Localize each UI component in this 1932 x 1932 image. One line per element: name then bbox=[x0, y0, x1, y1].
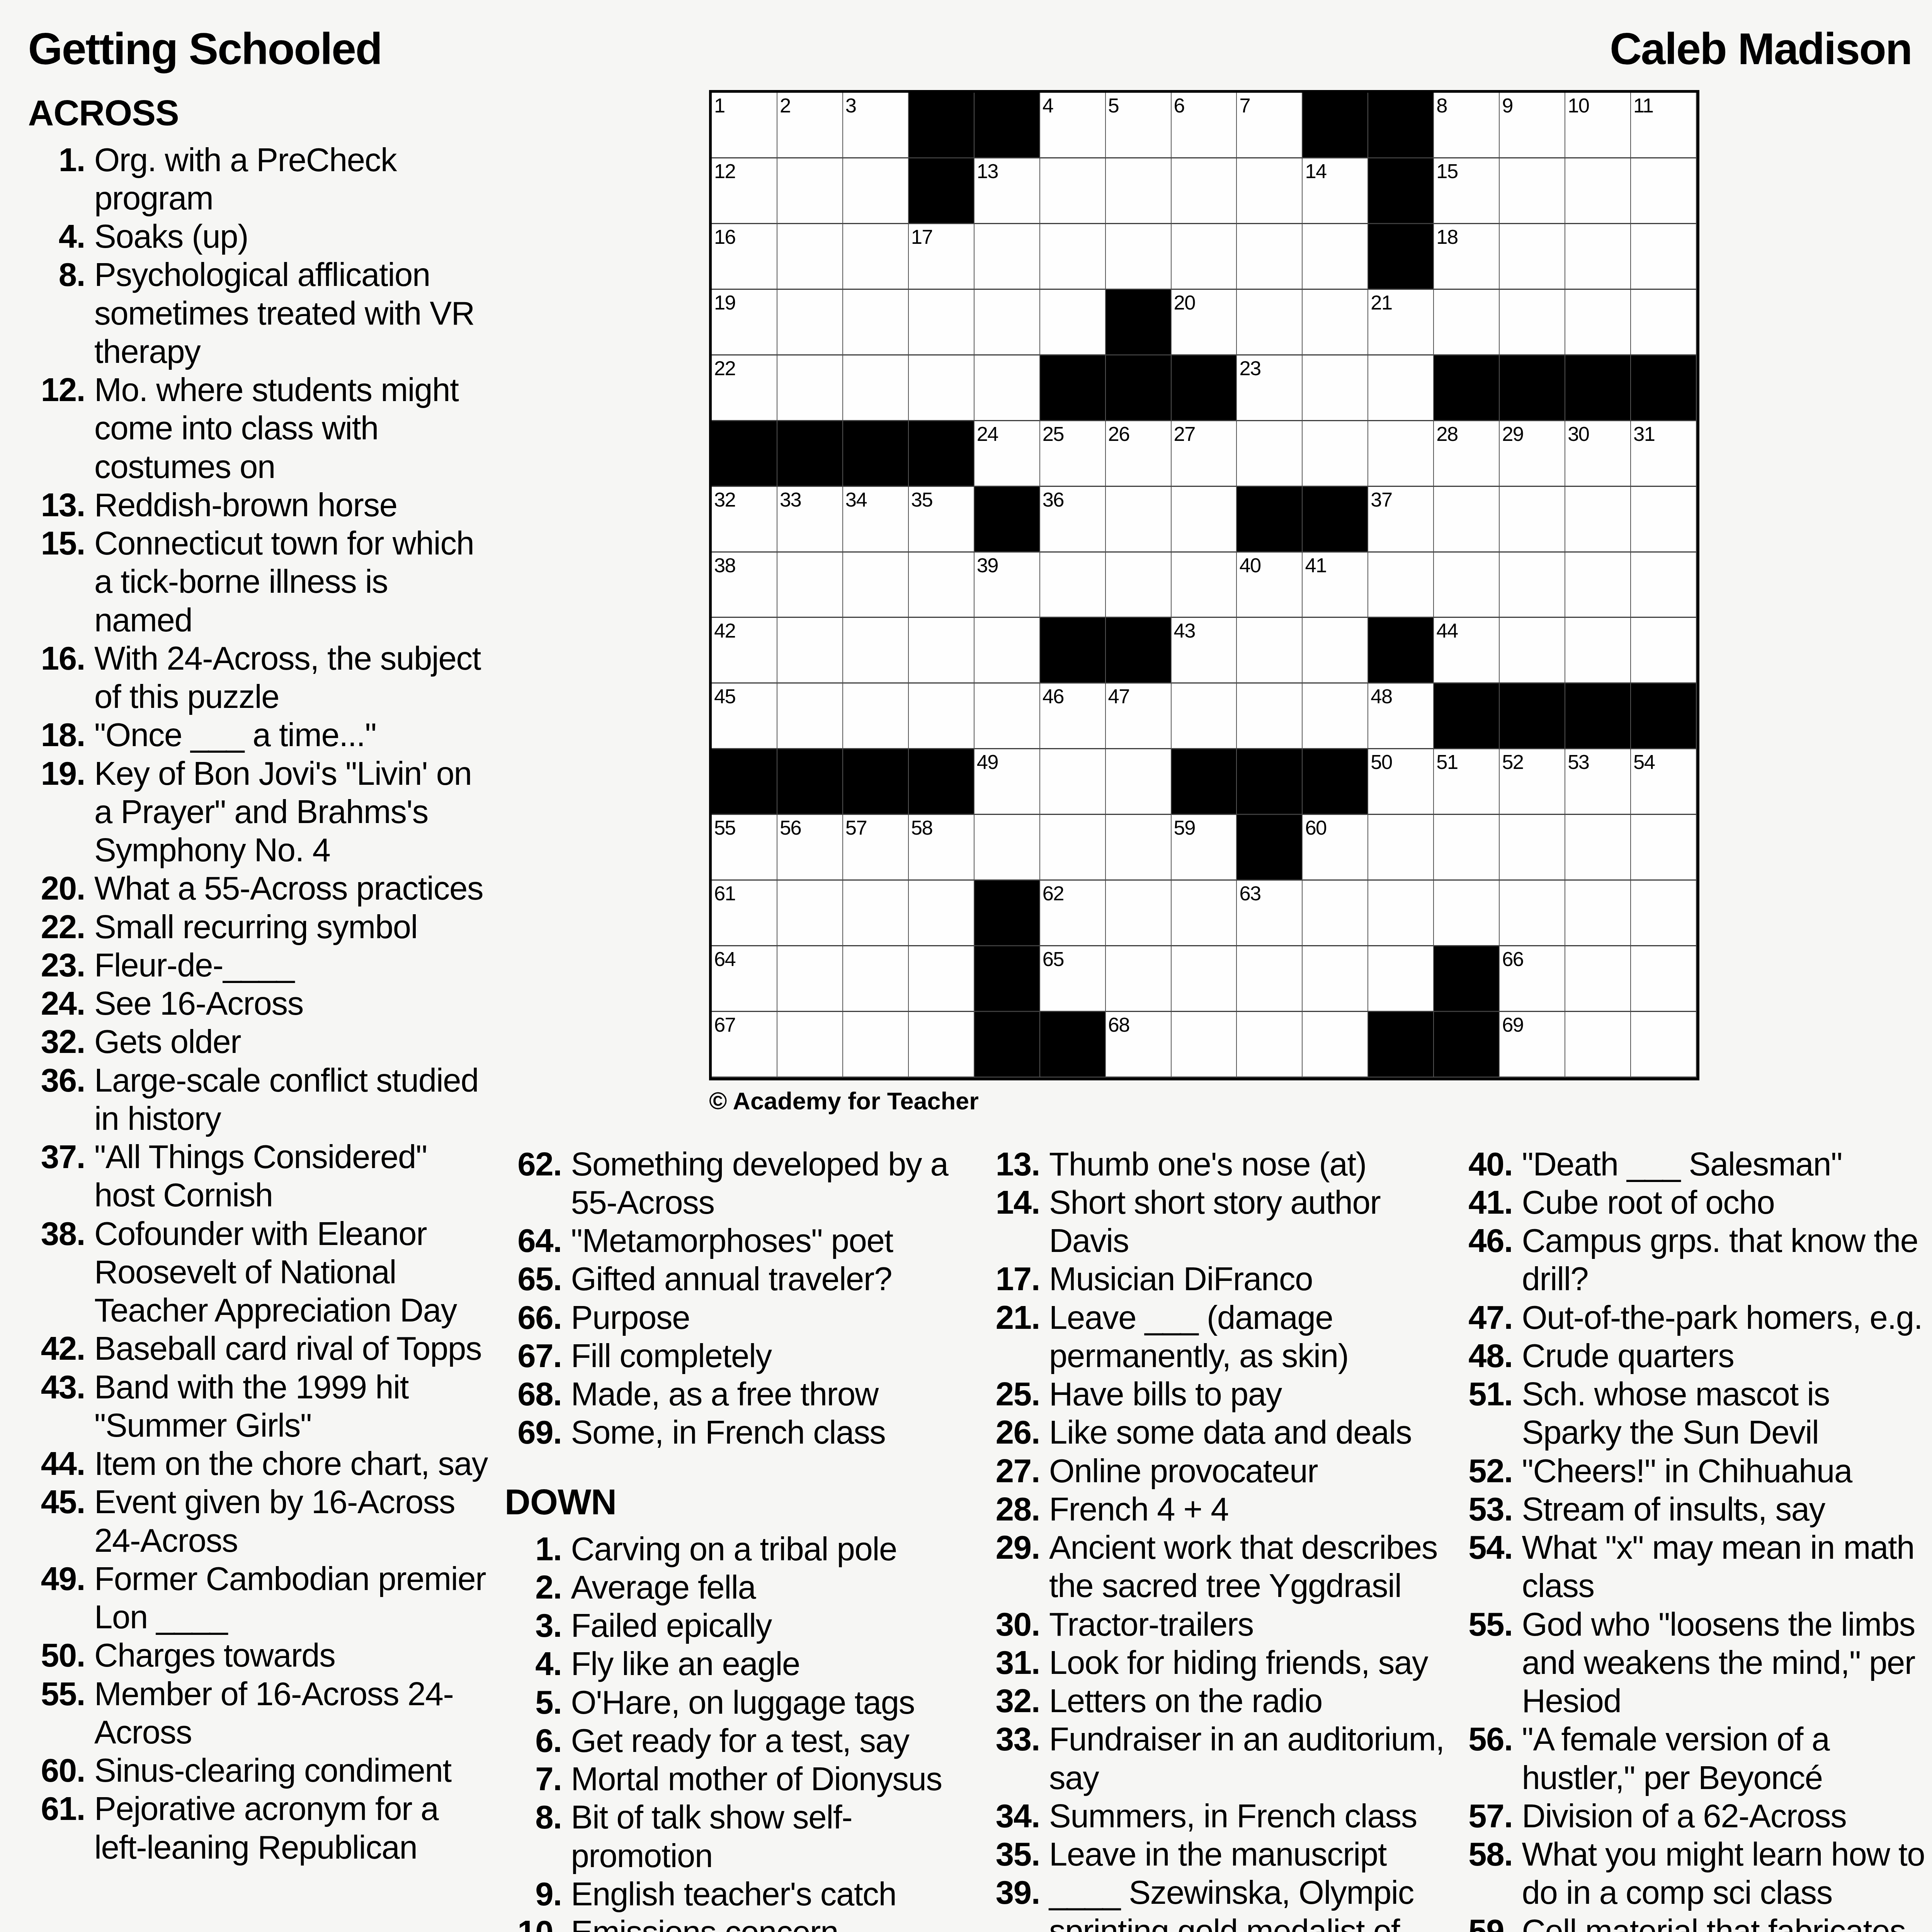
grid-cell[interactable]: 38 bbox=[712, 553, 777, 618]
clue-number: 28. bbox=[983, 1490, 1040, 1528]
clue-number: 42. bbox=[28, 1329, 85, 1367]
grid-cell[interactable] bbox=[1631, 1012, 1697, 1078]
clue-number: 23. bbox=[28, 946, 85, 984]
grid-cell[interactable] bbox=[777, 684, 843, 749]
clue-text: Key of Bon Jovi's "Livin' on a Prayer" a… bbox=[94, 754, 494, 869]
grid-cell[interactable] bbox=[1631, 881, 1697, 946]
grid-cell[interactable]: 63 bbox=[1237, 881, 1303, 946]
puzzle-page: Getting Schooled Caleb Madison 123456789… bbox=[0, 0, 1932, 1932]
clue-number: 45. bbox=[28, 1483, 85, 1521]
grid-cell[interactable]: 35 bbox=[909, 487, 975, 553]
grid-cell[interactable] bbox=[843, 618, 909, 684]
grid-cell[interactable] bbox=[1631, 158, 1697, 224]
grid-cell[interactable]: 4 bbox=[1040, 93, 1106, 158]
clue-item: 38.Cofounder with Eleanor Roosevelt of N… bbox=[28, 1214, 494, 1330]
clue-text: Tractor-trailers bbox=[1049, 1605, 1454, 1643]
clue-number: 51. bbox=[1456, 1375, 1513, 1413]
clue-item: 17.Musician DiFranco bbox=[983, 1260, 1454, 1298]
grid-cell[interactable] bbox=[909, 1012, 975, 1078]
grid-cell[interactable] bbox=[1303, 684, 1368, 749]
clue-number: 22. bbox=[28, 908, 85, 946]
clue-text: Cofounder with Eleanor Roosevelt of Nati… bbox=[94, 1214, 494, 1330]
grid-cell[interactable]: 31 bbox=[1631, 421, 1697, 487]
cell-number: 38 bbox=[714, 553, 735, 578]
grid-cell[interactable] bbox=[1565, 290, 1631, 355]
grid-cell[interactable] bbox=[777, 946, 843, 1012]
clue-number: 20. bbox=[28, 869, 85, 907]
grid-cell[interactable]: 7 bbox=[1237, 93, 1303, 158]
grid-cell[interactable]: 28 bbox=[1434, 421, 1500, 487]
grid-cell[interactable] bbox=[1172, 881, 1237, 946]
grid-cell[interactable]: 3 bbox=[843, 93, 909, 158]
grid-cell[interactable] bbox=[1303, 224, 1368, 290]
grid-cell[interactable] bbox=[1040, 553, 1106, 618]
clue-number: 66. bbox=[505, 1298, 562, 1337]
grid-cell[interactable] bbox=[1368, 355, 1434, 421]
grid-cell[interactable]: 37 bbox=[1368, 487, 1434, 553]
clue-item: 10.Emissions concern bbox=[505, 1913, 977, 1932]
clue-number: 4. bbox=[505, 1645, 562, 1683]
grid-cell[interactable] bbox=[1565, 553, 1631, 618]
clue-number: 27. bbox=[983, 1452, 1040, 1490]
grid-cell[interactable] bbox=[1631, 224, 1697, 290]
cell-number: 62 bbox=[1043, 881, 1064, 906]
grid-cell[interactable] bbox=[909, 355, 975, 421]
grid-cell[interactable] bbox=[843, 553, 909, 618]
cell-number: 8 bbox=[1436, 94, 1447, 118]
clue-number: 48. bbox=[1456, 1337, 1513, 1375]
clue-item: 35.Leave in the manuscript bbox=[983, 1835, 1454, 1873]
clue-item: 14.Short short story author Davis bbox=[983, 1183, 1454, 1260]
grid-cell[interactable]: 52 bbox=[1500, 749, 1565, 815]
across-clue-list-continued: 62.Something developed by a 55-Across64.… bbox=[505, 1145, 977, 1452]
grid-cell[interactable] bbox=[1303, 355, 1368, 421]
grid-cell[interactable]: 64 bbox=[712, 946, 777, 1012]
grid-cell[interactable]: 18 bbox=[1434, 224, 1500, 290]
clue-item: 18."Once ___ a time..." bbox=[28, 716, 494, 754]
grid-cell[interactable]: 55 bbox=[712, 815, 777, 881]
grid-cell[interactable]: 22 bbox=[712, 355, 777, 421]
grid-cell[interactable]: 67 bbox=[712, 1012, 777, 1078]
grid-cell[interactable] bbox=[1303, 1012, 1368, 1078]
grid-cell[interactable]: 15 bbox=[1434, 158, 1500, 224]
clue-text: Gets older bbox=[94, 1022, 494, 1061]
grid-cell[interactable] bbox=[1106, 553, 1172, 618]
cell-number: 53 bbox=[1568, 750, 1589, 774]
grid-cell[interactable]: 39 bbox=[975, 553, 1040, 618]
grid-cell[interactable] bbox=[1172, 946, 1237, 1012]
grid-cell[interactable]: 17 bbox=[909, 224, 975, 290]
grid-cell[interactable] bbox=[1303, 421, 1368, 487]
grid-cell[interactable] bbox=[1500, 158, 1565, 224]
grid-cell[interactable] bbox=[1040, 749, 1106, 815]
clue-item: 6.Get ready for a test, say bbox=[505, 1721, 977, 1760]
clue-number: 67. bbox=[505, 1337, 562, 1375]
grid-cell[interactable]: 29 bbox=[1500, 421, 1565, 487]
clue-number: 17. bbox=[983, 1260, 1040, 1298]
clue-number: 46. bbox=[1456, 1221, 1513, 1260]
grid-cell[interactable] bbox=[1303, 290, 1368, 355]
grid-cell[interactable] bbox=[1565, 815, 1631, 881]
grid-cell[interactable] bbox=[1172, 1012, 1237, 1078]
clue-item: 60.Sinus-clearing condiment bbox=[28, 1751, 494, 1789]
clue-text: Fundraiser in an auditorium, say bbox=[1049, 1720, 1454, 1797]
grid-cell[interactable] bbox=[1303, 946, 1368, 1012]
grid-cell[interactable]: 48 bbox=[1368, 684, 1434, 749]
grid-cell[interactable] bbox=[1237, 290, 1303, 355]
grid-cell-black bbox=[712, 421, 777, 487]
grid-cell-black bbox=[1368, 1012, 1434, 1078]
clue-number: 40. bbox=[1456, 1145, 1513, 1183]
cell-number: 29 bbox=[1502, 422, 1523, 446]
clue-text: "Cheers!" in Chihuahua bbox=[1522, 1452, 1927, 1490]
grid-cell[interactable]: 61 bbox=[712, 881, 777, 946]
grid-cell[interactable] bbox=[1434, 290, 1500, 355]
clue-item: 40."Death ___ Salesman" bbox=[1456, 1145, 1927, 1183]
grid-cell[interactable]: 45 bbox=[712, 684, 777, 749]
grid-cell[interactable]: 25 bbox=[1040, 421, 1106, 487]
grid-cell[interactable] bbox=[975, 684, 1040, 749]
grid-cell-black bbox=[909, 421, 975, 487]
clue-item: 61.Pejorative acronym for a left-leaning… bbox=[28, 1789, 494, 1866]
grid-cell[interactable] bbox=[1106, 749, 1172, 815]
clue-number: 4. bbox=[28, 217, 85, 255]
grid-cell[interactable]: 24 bbox=[975, 421, 1040, 487]
grid-cell[interactable] bbox=[975, 815, 1040, 881]
clue-number: 3. bbox=[505, 1606, 562, 1645]
grid-cell[interactable] bbox=[1434, 487, 1500, 553]
grid-cell[interactable]: 12 bbox=[712, 158, 777, 224]
cell-number: 1 bbox=[714, 94, 725, 118]
grid-cell[interactable]: 21 bbox=[1368, 290, 1434, 355]
grid-cell[interactable] bbox=[909, 618, 975, 684]
cell-number: 56 bbox=[780, 816, 801, 840]
clue-number: 10. bbox=[505, 1913, 562, 1932]
grid-cell[interactable] bbox=[1500, 290, 1565, 355]
grid-cell[interactable] bbox=[1237, 421, 1303, 487]
grid-cell[interactable] bbox=[1565, 158, 1631, 224]
grid-cell[interactable] bbox=[1565, 946, 1631, 1012]
grid-cell[interactable]: 20 bbox=[1172, 290, 1237, 355]
grid-cell[interactable] bbox=[1303, 881, 1368, 946]
grid-cell[interactable] bbox=[1631, 946, 1697, 1012]
grid-cell-black bbox=[975, 946, 1040, 1012]
grid-cell[interactable]: 1 bbox=[712, 93, 777, 158]
grid-cell[interactable]: 41 bbox=[1303, 553, 1368, 618]
grid-cell[interactable] bbox=[1631, 487, 1697, 553]
grid-cell[interactable]: 26 bbox=[1106, 421, 1172, 487]
clue-item: 54.What "x" may mean in math class bbox=[1456, 1528, 1927, 1605]
grid-cell[interactable]: 47 bbox=[1106, 684, 1172, 749]
grid-cell[interactable] bbox=[1368, 881, 1434, 946]
grid-cell[interactable] bbox=[1631, 290, 1697, 355]
grid-cell[interactable] bbox=[843, 684, 909, 749]
grid-cell[interactable] bbox=[975, 618, 1040, 684]
grid-cell-black bbox=[843, 749, 909, 815]
clue-item: 36.Large-scale conflict studied in histo… bbox=[28, 1061, 494, 1138]
clue-item: 26.Like some data and deals bbox=[983, 1413, 1454, 1451]
grid-cell[interactable]: 50 bbox=[1368, 749, 1434, 815]
cell-number: 19 bbox=[714, 291, 735, 315]
grid-cell[interactable]: 58 bbox=[909, 815, 975, 881]
grid-cell[interactable] bbox=[1237, 684, 1303, 749]
clue-number: 15. bbox=[28, 524, 85, 562]
clue-item: 55.God who "loosens the limbs and weaken… bbox=[1456, 1605, 1927, 1720]
clue-text: Small recurring symbol bbox=[94, 908, 494, 946]
grid-cell-black bbox=[909, 158, 975, 224]
grid-cell[interactable] bbox=[843, 290, 909, 355]
clue-column-1: ACROSS 1.Org. with a PreCheck program4.S… bbox=[28, 92, 494, 1866]
grid-cell[interactable] bbox=[1237, 618, 1303, 684]
grid-cell[interactable] bbox=[1237, 1012, 1303, 1078]
grid-cell[interactable] bbox=[1500, 224, 1565, 290]
grid-cell[interactable] bbox=[1500, 618, 1565, 684]
grid-cell[interactable] bbox=[1434, 881, 1500, 946]
grid-cell[interactable] bbox=[1434, 815, 1500, 881]
clue-number: 32. bbox=[28, 1022, 85, 1061]
grid-cell-black bbox=[1040, 355, 1106, 421]
clue-text: Member of 16-Across 24-Across bbox=[94, 1675, 494, 1752]
grid-cell[interactable] bbox=[1040, 290, 1106, 355]
grid-cell[interactable]: 33 bbox=[777, 487, 843, 553]
cell-number: 51 bbox=[1436, 750, 1458, 774]
clue-number: 44. bbox=[28, 1444, 85, 1483]
clue-number: 38. bbox=[28, 1214, 85, 1253]
grid-cell[interactable]: 43 bbox=[1172, 618, 1237, 684]
clue-text: Made, as a free throw bbox=[571, 1375, 977, 1413]
clue-item: 52."Cheers!" in Chihuahua bbox=[1456, 1452, 1927, 1490]
grid-cell[interactable] bbox=[777, 290, 843, 355]
grid-cell[interactable] bbox=[1500, 815, 1565, 881]
clue-text: Like some data and deals bbox=[1049, 1413, 1454, 1451]
grid-cell[interactable] bbox=[909, 684, 975, 749]
grid-cell-black bbox=[1368, 158, 1434, 224]
grid-cell[interactable] bbox=[1434, 553, 1500, 618]
clue-text: "A female version of a hustler," per Bey… bbox=[1522, 1720, 1927, 1797]
grid-cell[interactable] bbox=[777, 618, 843, 684]
grid-cell[interactable] bbox=[1040, 815, 1106, 881]
grid-cell[interactable] bbox=[777, 881, 843, 946]
grid-cell[interactable] bbox=[975, 290, 1040, 355]
clue-number: 9. bbox=[505, 1875, 562, 1913]
clue-text: What "x" may mean in math class bbox=[1522, 1528, 1927, 1605]
grid-cell[interactable] bbox=[1172, 684, 1237, 749]
grid-cell[interactable] bbox=[1303, 618, 1368, 684]
clue-number: 21. bbox=[983, 1298, 1040, 1337]
grid-cell[interactable]: 42 bbox=[712, 618, 777, 684]
clue-text: Bit of talk show self-promotion bbox=[571, 1798, 977, 1875]
grid-cell[interactable]: 23 bbox=[1237, 355, 1303, 421]
grid-cell[interactable] bbox=[909, 290, 975, 355]
grid-cell[interactable] bbox=[1368, 946, 1434, 1012]
grid-cell[interactable] bbox=[1237, 946, 1303, 1012]
clue-number: 39. bbox=[983, 1873, 1040, 1912]
clue-text: Reddish-brown horse bbox=[94, 486, 494, 524]
grid-cell[interactable]: 62 bbox=[1040, 881, 1106, 946]
clue-number: 8. bbox=[28, 255, 85, 294]
grid-cell[interactable]: 53 bbox=[1565, 749, 1631, 815]
grid-cell[interactable] bbox=[975, 224, 1040, 290]
grid-cell[interactable] bbox=[1040, 158, 1106, 224]
cell-number: 65 bbox=[1043, 947, 1064, 971]
grid-cell[interactable] bbox=[1631, 815, 1697, 881]
grid-cell[interactable] bbox=[975, 355, 1040, 421]
clue-text: Soaks (up) bbox=[94, 217, 494, 255]
grid-cell[interactable]: 30 bbox=[1565, 421, 1631, 487]
grid-cell[interactable] bbox=[1106, 815, 1172, 881]
grid-cell[interactable] bbox=[1106, 158, 1172, 224]
clue-number: 30. bbox=[983, 1605, 1040, 1643]
clue-text: Emissions concern bbox=[571, 1913, 977, 1932]
grid-cell[interactable]: 6 bbox=[1172, 93, 1237, 158]
clue-text: Ancient work that describes the sacred t… bbox=[1049, 1528, 1454, 1605]
clue-text: Band with the 1999 hit "Summer Girls" bbox=[94, 1368, 494, 1445]
grid-cell-black bbox=[975, 93, 1040, 158]
grid-cell[interactable] bbox=[843, 158, 909, 224]
grid-cell[interactable] bbox=[1106, 881, 1172, 946]
grid-cell[interactable]: 51 bbox=[1434, 749, 1500, 815]
grid-cell[interactable]: 56 bbox=[777, 815, 843, 881]
cell-number: 41 bbox=[1305, 553, 1326, 578]
cell-number: 37 bbox=[1371, 488, 1392, 512]
grid-cell[interactable] bbox=[1500, 553, 1565, 618]
grid-cell[interactable] bbox=[1172, 158, 1237, 224]
grid-cell[interactable] bbox=[1565, 618, 1631, 684]
clue-column-4: 40."Death ___ Salesman"41.Cube root of o… bbox=[1456, 1145, 1927, 1932]
grid-cell[interactable]: 8 bbox=[1434, 93, 1500, 158]
grid-cell[interactable] bbox=[1500, 487, 1565, 553]
grid-cell[interactable] bbox=[1631, 618, 1697, 684]
grid-cell[interactable] bbox=[1565, 1012, 1631, 1078]
clue-number: 36. bbox=[28, 1061, 85, 1099]
cell-number: 10 bbox=[1568, 94, 1589, 118]
clue-item: 23.Fleur-de-____ bbox=[28, 946, 494, 984]
grid-cell[interactable] bbox=[777, 553, 843, 618]
grid-cell-black bbox=[975, 487, 1040, 553]
grid-cell[interactable] bbox=[1172, 224, 1237, 290]
clue-text: Item on the chore chart, say bbox=[94, 1444, 494, 1483]
clue-text: Crude quarters bbox=[1522, 1337, 1927, 1375]
grid-cell-black bbox=[1237, 749, 1303, 815]
grid-cell[interactable] bbox=[1500, 881, 1565, 946]
grid-cell[interactable] bbox=[909, 553, 975, 618]
clue-number: 47. bbox=[1456, 1298, 1513, 1337]
grid-cell[interactable]: 9 bbox=[1500, 93, 1565, 158]
clue-text: Mo. where students might come into class… bbox=[94, 371, 494, 486]
clue-text: Baseball card rival of Topps bbox=[94, 1329, 494, 1367]
clue-text: Look for hiding friends, say bbox=[1049, 1643, 1454, 1682]
clue-text: French 4 + 4 bbox=[1049, 1490, 1454, 1528]
clue-item: 3.Failed epically bbox=[505, 1606, 977, 1645]
grid-cell[interactable] bbox=[777, 158, 843, 224]
grid-cell[interactable] bbox=[1565, 487, 1631, 553]
grid-cell[interactable] bbox=[777, 355, 843, 421]
clue-column-2: 62.Something developed by a 55-Across64.… bbox=[505, 1145, 977, 1932]
grid-cell[interactable] bbox=[1565, 881, 1631, 946]
grid-cell[interactable]: 54 bbox=[1631, 749, 1697, 815]
grid-cell[interactable] bbox=[1237, 158, 1303, 224]
grid-cell[interactable]: 14 bbox=[1303, 158, 1368, 224]
grid-cell[interactable]: 57 bbox=[843, 815, 909, 881]
grid-cell[interactable] bbox=[843, 946, 909, 1012]
grid-cell[interactable] bbox=[1106, 487, 1172, 553]
grid-cell-black bbox=[1434, 355, 1500, 421]
grid-cell[interactable] bbox=[1237, 224, 1303, 290]
grid-cell[interactable] bbox=[1106, 224, 1172, 290]
grid-cell[interactable] bbox=[1631, 553, 1697, 618]
clue-item: 29.Ancient work that describes the sacre… bbox=[983, 1528, 1454, 1605]
grid-cell[interactable] bbox=[843, 1012, 909, 1078]
grid-cell[interactable]: 66 bbox=[1500, 946, 1565, 1012]
grid-cell[interactable]: 44 bbox=[1434, 618, 1500, 684]
grid-cell[interactable] bbox=[1368, 553, 1434, 618]
grid-cell[interactable]: 36 bbox=[1040, 487, 1106, 553]
clue-item: 34.Summers, in French class bbox=[983, 1797, 1454, 1835]
grid-cell[interactable]: 32 bbox=[712, 487, 777, 553]
cell-number: 36 bbox=[1043, 488, 1064, 512]
clue-item: 30.Tractor-trailers bbox=[983, 1605, 1454, 1643]
grid-cell[interactable]: 11 bbox=[1631, 93, 1697, 158]
grid-cell[interactable] bbox=[777, 1012, 843, 1078]
grid-cell[interactable] bbox=[909, 946, 975, 1012]
grid-cell[interactable] bbox=[843, 881, 909, 946]
cell-number: 13 bbox=[977, 159, 998, 184]
grid-cell[interactable] bbox=[1565, 224, 1631, 290]
grid-cell[interactable] bbox=[1368, 421, 1434, 487]
clue-item: 48.Crude quarters bbox=[1456, 1337, 1927, 1375]
grid-cell[interactable]: 5 bbox=[1106, 93, 1172, 158]
grid-cell-black bbox=[712, 749, 777, 815]
grid-cell[interactable]: 49 bbox=[975, 749, 1040, 815]
grid-cell[interactable]: 34 bbox=[843, 487, 909, 553]
grid-cell[interactable]: 69 bbox=[1500, 1012, 1565, 1078]
grid-cell[interactable] bbox=[843, 224, 909, 290]
clue-text: Out-of-the-park homers, e.g. bbox=[1522, 1298, 1927, 1337]
grid-cell[interactable] bbox=[1172, 553, 1237, 618]
grid-cell[interactable]: 27 bbox=[1172, 421, 1237, 487]
clue-item: 59.Cell material that fabricates protein… bbox=[1456, 1912, 1927, 1932]
grid-cell[interactable]: 19 bbox=[712, 290, 777, 355]
clue-number: 1. bbox=[28, 141, 85, 179]
clue-number: 41. bbox=[1456, 1183, 1513, 1221]
grid-cell-black bbox=[777, 421, 843, 487]
grid-cell[interactable] bbox=[777, 224, 843, 290]
clue-item: 32.Gets older bbox=[28, 1022, 494, 1061]
grid-cell[interactable]: 59 bbox=[1172, 815, 1237, 881]
grid-cell[interactable]: 65 bbox=[1040, 946, 1106, 1012]
grid-cell[interactable]: 40 bbox=[1237, 553, 1303, 618]
grid-cell[interactable]: 2 bbox=[777, 93, 843, 158]
grid-cell[interactable] bbox=[1106, 946, 1172, 1012]
grid-cell[interactable] bbox=[1172, 487, 1237, 553]
grid-cell[interactable]: 68 bbox=[1106, 1012, 1172, 1078]
grid-cell[interactable] bbox=[843, 355, 909, 421]
grid-cell[interactable] bbox=[1368, 815, 1434, 881]
clue-text: Short short story author Davis bbox=[1049, 1183, 1454, 1260]
grid-cell[interactable]: 16 bbox=[712, 224, 777, 290]
cell-number: 18 bbox=[1436, 225, 1458, 249]
grid-cell[interactable]: 13 bbox=[975, 158, 1040, 224]
clue-item: 49.Former Cambodian premier Lon ____ bbox=[28, 1560, 494, 1636]
grid-cell[interactable]: 10 bbox=[1565, 93, 1631, 158]
grid-cell[interactable] bbox=[1040, 224, 1106, 290]
cell-number: 26 bbox=[1108, 422, 1129, 446]
grid-cell-black bbox=[1565, 355, 1631, 421]
clue-text: Get ready for a test, say bbox=[571, 1721, 977, 1760]
grid-cell[interactable] bbox=[909, 881, 975, 946]
grid-cell[interactable]: 60 bbox=[1303, 815, 1368, 881]
grid-cell[interactable]: 46 bbox=[1040, 684, 1106, 749]
